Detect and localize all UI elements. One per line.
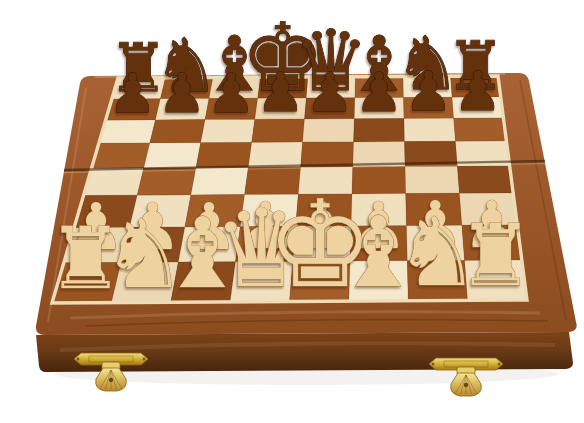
square-e5 <box>301 142 354 167</box>
black-pawn-a7: ♟ <box>108 62 157 125</box>
latch-pendant-hole <box>464 383 468 387</box>
black-pawn-f7: ♟ <box>355 61 404 124</box>
square-a5 <box>92 143 150 168</box>
square-b5 <box>144 143 201 168</box>
white-rook-h1: ♜ <box>458 206 534 305</box>
black-pawn-g7: ♟ <box>404 60 453 123</box>
chess-set-scene: ♜♞♝♚♛♝♞♜♟♟♟♟♟♟♟♟♟♟♟♟♟♟♟♟♜♞♝♛♚♝♞♜ <box>0 0 584 423</box>
chess-set-photo: ♜♞♝♚♛♝♞♜♟♟♟♟♟♟♟♟♟♟♟♟♟♟♟♟♜♞♝♛♚♝♞♜ <box>0 0 584 423</box>
latch-screw-left <box>77 358 80 361</box>
square-d5 <box>248 142 302 167</box>
black-pawn-d7: ♟ <box>256 61 305 124</box>
latch-screw-right <box>498 363 501 366</box>
black-pawn-c7: ♟ <box>207 62 256 125</box>
latch-screw-left <box>432 363 435 366</box>
black-pawn-b7: ♟ <box>158 62 207 125</box>
black-pawn-e7: ♟ <box>306 61 355 124</box>
black-pawn-h7: ♟ <box>454 60 503 123</box>
latch-screw-right <box>143 358 146 361</box>
square-c5 <box>196 142 252 167</box>
latch-pendant-hole <box>109 378 113 382</box>
